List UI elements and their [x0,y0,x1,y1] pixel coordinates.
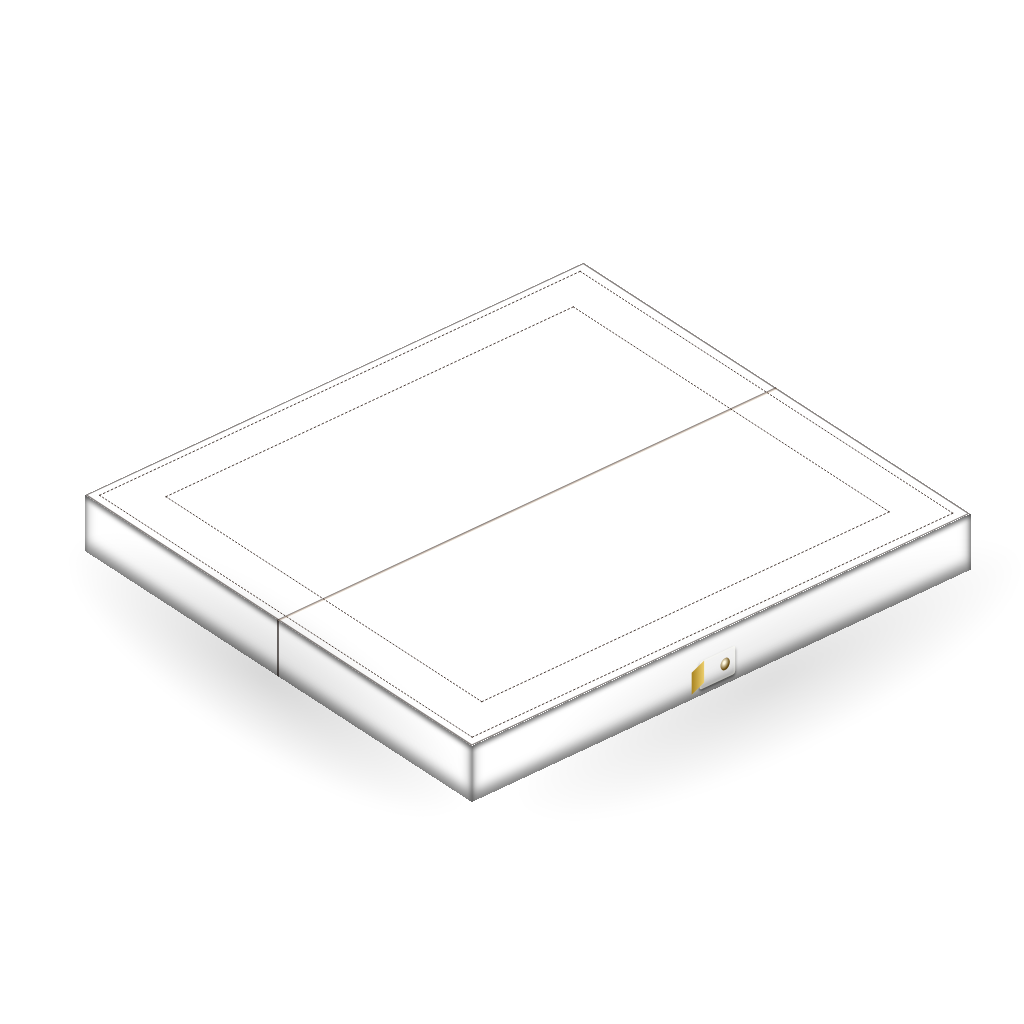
fold-seam-side [277,620,279,677]
product-photo-stage [0,0,1024,1024]
fold-seam [277,387,778,621]
